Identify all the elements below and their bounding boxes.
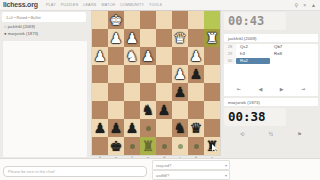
square-g5[interactable] [108,83,124,101]
move-number: 30 [224,58,236,65]
close-icon[interactable]: × [303,2,306,9]
takeback-icon[interactable]: ⟲ [240,131,244,137]
square-e7[interactable] [140,119,156,137]
square-c8[interactable] [172,137,188,155]
move-san[interactable]: h3 [236,51,270,58]
square-e1[interactable] [140,11,156,29]
square-a2[interactable]: ♜ [204,29,220,47]
square-a4[interactable] [204,65,220,83]
move-dest-dot[interactable] [194,144,199,149]
square-b6[interactable] [188,101,204,119]
chat-placeholder: Please be nice in the chat! [4,167,146,174]
bottom-strip: Please be nice in the chat! rsajced?▾ as… [0,158,320,180]
square-f5[interactable] [124,83,140,101]
square-d3[interactable] [156,47,172,65]
square-b1[interactable] [188,11,204,29]
black-piece[interactable]: ♜ [140,137,156,155]
move-dest-dot[interactable] [178,144,183,149]
move-san[interactable]: Qc2 [236,44,270,51]
square-g3[interactable] [108,47,124,65]
lichess-game-page: lichess.org PLAYPUZZLESLEARNWATCHCOMMUNI… [0,0,320,180]
square-g6[interactable] [108,101,124,119]
player-bar-white[interactable]: jackfrikl (2069) [224,34,318,42]
game-meta-text: 1+0 • Rated • Bullet [2,12,86,20]
white-piece[interactable]: ♚ [108,11,124,29]
collapsed-panel-label: asdfdf? [156,173,169,178]
black-piece[interactable]: ♟ [124,119,140,137]
square-h7[interactable]: ♟ [92,119,108,137]
game-meta-box: 1+0 • Rated • Bullet [2,12,86,22]
collapsed-panel-label: rsajced? [156,163,171,168]
square-a7[interactable] [204,119,220,137]
white-piece[interactable]: ♟ [92,47,108,65]
square-a3[interactable] [204,47,220,65]
square-d1[interactable] [156,11,172,29]
clock-white: 00:43 [224,12,286,30]
square-c2[interactable]: ♛ [172,29,188,47]
first-move-icon[interactable]: ⇤ [237,86,241,92]
square-b2[interactable] [188,29,204,47]
chess-board[interactable]: ♚♟♟♛♜♟♞♟♟♟♟♟♞♟♟♟♟♞♛♚♜♜ [92,11,220,155]
white-piece[interactable]: ♟ [140,47,156,65]
square-f8[interactable] [124,137,140,155]
black-piece[interactable]: ♟ [156,101,172,119]
square-f3[interactable]: ♞ [124,47,140,65]
square-b3[interactable]: ♟ [188,47,204,65]
prev-move-icon[interactable]: ◀ [258,86,262,92]
square-e3[interactable]: ♟ [140,47,156,65]
square-f1[interactable] [124,11,140,29]
move-number: 29 [224,51,236,58]
square-b8[interactable] [188,137,204,155]
square-c3[interactable] [172,47,188,65]
square-d8[interactable] [156,137,172,155]
clock-black-time: 00:38 [224,108,286,126]
clock-white-time: 00:43 [224,12,286,30]
square-f7[interactable]: ♟ [124,119,140,137]
black-piece[interactable]: ♟ [188,65,204,83]
move-dest-dot[interactable] [162,144,167,149]
square-c5[interactable]: ♟ [172,83,188,101]
meta-player-black[interactable]: ● marjuriek (1873) [4,31,86,37]
move-san[interactable]: Ra2 [236,58,270,65]
chat-panel [2,40,88,158]
black-piece[interactable]: ♟ [172,83,188,101]
square-c6[interactable] [172,101,188,119]
move-row: 29h3Re8 [224,51,318,58]
lichess-logo[interactable]: lichess.org [3,1,38,8]
square-b5[interactable] [188,83,204,101]
white-piece[interactable]: ♜ [204,29,220,47]
move-san[interactable]: Re8 [270,51,304,58]
player-bar-black[interactable]: marjuriek (1873) [224,98,318,106]
square-d7[interactable] [156,119,172,137]
nav-item-play[interactable]: PLAY [46,3,56,7]
square-g7[interactable]: ♟ [108,119,124,137]
move-san[interactable]: Qb7 [270,44,304,51]
square-a6[interactable] [204,101,220,119]
chevron-down-icon[interactable]: ▾ [225,163,227,168]
square-e2[interactable] [140,29,156,47]
square-e4[interactable] [140,65,156,83]
square-e5[interactable] [140,83,156,101]
resign-icon[interactable]: ⚑ [297,131,301,137]
black-piece[interactable]: ♛ [188,119,204,137]
black-piece[interactable]: ♟ [108,119,124,137]
draw-offer-icon[interactable]: ½ [269,131,273,137]
square-b4[interactable]: ♟ [188,65,204,83]
square-h8[interactable] [92,137,108,155]
square-g2[interactable]: ♟ [108,29,124,47]
square-h5[interactable] [92,83,108,101]
black-piece[interactable]: ♞ [172,119,188,137]
meta-player-white[interactable]: ○ jackfrikl (2069) [4,24,86,30]
white-piece[interactable]: ♞ [124,47,140,65]
player-white-name: jackfrikl (2069) [224,34,318,41]
move-dest-dot[interactable] [130,144,135,149]
player-black-name: marjuriek (1873) [224,98,318,105]
square-e6[interactable]: ♞ [140,101,156,119]
nav-item-learn[interactable]: LEARN [83,3,96,7]
next-move-icon[interactable]: ▶ [280,86,284,92]
white-piece[interactable]: ♟ [124,29,140,47]
black-piece[interactable]: ♟ [92,119,108,137]
replay-controls: ⇤◀▶⇥ [228,86,314,92]
chevron-down-icon[interactable]: ▾ [225,173,227,178]
square-f2[interactable]: ♟ [124,29,140,47]
black-piece[interactable]: ♚ [108,137,124,155]
nav-item-watch[interactable]: WATCH [101,3,115,7]
bell-icon[interactable]: ▲ [311,2,316,9]
nav-item-puzzles[interactable]: PUZZLES [61,3,79,7]
square-d5[interactable] [156,83,172,101]
square-a1[interactable] [204,11,220,29]
chat-input[interactable]: Please be nice in the chat! [3,166,147,177]
move-row: 28Qc2Qb7 [224,44,318,51]
move-row: 30Ra2 [224,58,318,65]
nav-menu: PLAYPUZZLESLEARNWATCHCOMMUNITYTOOLS [46,3,162,7]
black-piece[interactable]: ♞ [140,101,156,119]
move-number: 28 [224,44,236,51]
last-move-icon[interactable]: ⇥ [301,86,305,92]
top-nav: lichess.org PLAYPUZZLESLEARNWATCHCOMMUNI… [0,0,320,11]
square-d2[interactable] [156,29,172,47]
white-piece[interactable]: ♟ [108,29,124,47]
square-d6[interactable]: ♟ [156,101,172,119]
nav-item-tools[interactable]: TOOLS [149,3,162,7]
square-c1[interactable] [172,11,188,29]
square-h4[interactable] [92,65,108,83]
square-a8[interactable]: ♜ [204,137,220,155]
square-e8[interactable]: ♜ [140,137,156,155]
square-f4[interactable] [124,65,140,83]
square-h2[interactable] [92,29,108,47]
square-g1[interactable]: ♚ [108,11,124,29]
collapsed-panel-1[interactable]: rsajced?▾ [152,160,230,170]
square-g4[interactable] [108,65,124,83]
square-d4[interactable] [156,65,172,83]
square-c4[interactable]: ♟ [172,65,188,83]
square-h3[interactable]: ♟ [92,47,108,65]
nav-icons: ⚲×▲ [294,2,316,9]
square-h1[interactable] [92,11,108,29]
move-dest-dot[interactable] [146,126,151,131]
square-a5[interactable] [204,83,220,101]
square-c7[interactable]: ♞ [172,119,188,137]
white-piece[interactable]: ♛ [172,29,188,47]
square-b7[interactable]: ♛ [188,119,204,137]
game-action-buttons: ⟲½⚑ [228,131,314,137]
square-f6[interactable] [124,101,140,119]
nav-item-community[interactable]: COMMUNITY [120,3,144,7]
white-piece[interactable]: ♟ [188,47,204,65]
collapsed-panel-2[interactable]: asdfdf?▾ [152,170,230,180]
clock-black: 00:38 [224,108,286,126]
search-icon[interactable]: ⚲ [294,2,298,9]
square-h6[interactable] [92,101,108,119]
white-piece[interactable]: ♟ [172,65,188,83]
square-g8[interactable]: ♚ [108,137,124,155]
